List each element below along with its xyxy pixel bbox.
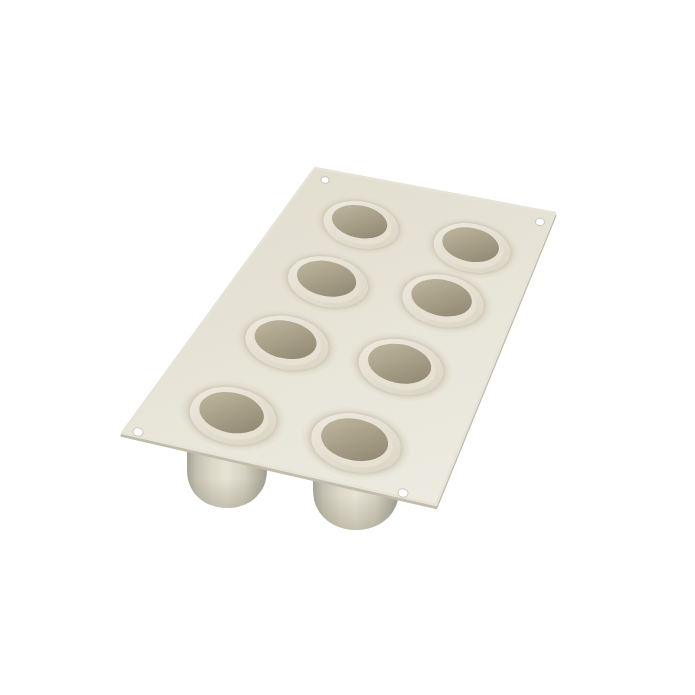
- product-photo: [0, 0, 695, 695]
- silicone-mould-illustration: [0, 0, 695, 695]
